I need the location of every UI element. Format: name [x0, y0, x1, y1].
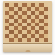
product-photo	[0, 0, 55, 55]
drawer-front[interactable]	[3, 44, 52, 52]
game-box	[3, 1, 52, 52]
board-square[interactable]	[44, 38, 48, 42]
drawer-handle-notch[interactable]	[25, 50, 30, 52]
checkers-board	[5, 3, 48, 42]
